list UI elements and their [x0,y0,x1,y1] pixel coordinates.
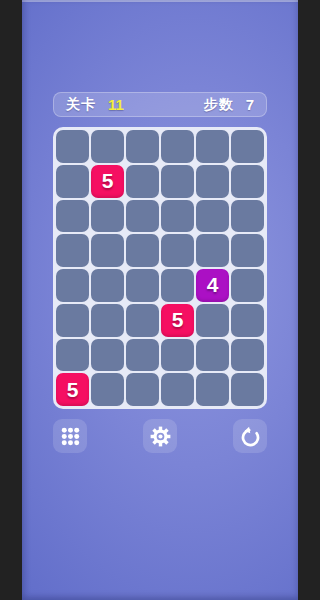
cell-empty [56,234,89,267]
cell-empty [161,339,194,372]
steps-label: 步数 [204,96,234,114]
cell-empty [161,130,194,163]
cell-empty [196,200,229,233]
board: 5455 [53,127,267,409]
cell-tile-5[interactable]: 5 [161,304,194,337]
cell-empty [196,165,229,198]
level-group: 关卡 11 [66,96,124,114]
cell-empty [161,200,194,233]
cell-empty [161,165,194,198]
cell-empty [126,304,159,337]
cell-empty [196,373,229,406]
cell-empty [196,130,229,163]
cell-empty [56,200,89,233]
cell-empty [91,304,124,337]
cell-empty [56,304,89,337]
restart-icon [238,424,263,449]
cell-empty [231,304,264,337]
cell-empty [56,269,89,302]
cell-empty [231,130,264,163]
cell-empty [126,165,159,198]
cell-empty [231,373,264,406]
cell-tile-4[interactable]: 4 [196,269,229,302]
steps-value: 7 [246,96,254,113]
levels-button[interactable] [53,419,87,453]
cell-empty [56,165,89,198]
cell-empty [231,234,264,267]
cell-empty [231,339,264,372]
steps-group: 步数 7 [204,96,254,114]
cell-empty [231,269,264,302]
cell-empty [91,130,124,163]
cell-empty [161,373,194,406]
cell-tile-5[interactable]: 5 [91,165,124,198]
cell-empty [91,269,124,302]
restart-button[interactable] [233,419,267,453]
settings-button[interactable] [143,419,177,453]
grid-dots-icon [59,425,82,448]
cell-empty [56,130,89,163]
cell-empty [161,269,194,302]
cell-empty [91,234,124,267]
level-label: 关卡 [66,96,96,114]
cell-empty [126,234,159,267]
cell-empty [196,339,229,372]
cell-empty [126,269,159,302]
cell-tile-5[interactable]: 5 [56,373,89,406]
toolbar [53,419,267,453]
cell-empty [126,130,159,163]
cell-empty [126,373,159,406]
cell-empty [91,339,124,372]
cell-empty [196,234,229,267]
gear-icon [148,424,173,449]
cell-empty [126,339,159,372]
cell-empty [56,339,89,372]
status-bar: 关卡 11 步数 7 [53,92,267,117]
level-value: 11 [108,96,124,113]
cell-empty [196,304,229,337]
cell-empty [231,200,264,233]
cell-empty [91,200,124,233]
cell-empty [91,373,124,406]
game-screen: 关卡 11 步数 7 5455 [22,0,298,600]
cell-empty [231,165,264,198]
cell-empty [161,234,194,267]
cell-empty [126,200,159,233]
